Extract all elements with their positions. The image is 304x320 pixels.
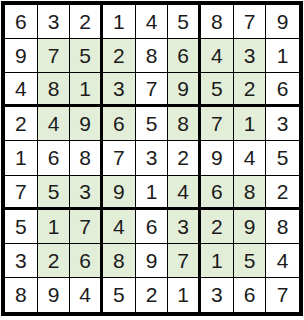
cell-r6c1[interactable]: 7: [5, 176, 38, 210]
cell-r2c2[interactable]: 7: [38, 39, 71, 73]
cell-r6c8[interactable]: 8: [234, 176, 267, 210]
cell-r2c6[interactable]: 6: [168, 39, 201, 73]
cell-r5c2[interactable]: 6: [38, 141, 71, 175]
cell-r3c9[interactable]: 6: [266, 73, 299, 107]
cell-r4c7[interactable]: 7: [201, 107, 234, 141]
cell-r1c1[interactable]: 6: [5, 5, 38, 39]
cell-r7c5[interactable]: 6: [136, 210, 169, 244]
cell-r3c1[interactable]: 4: [5, 73, 38, 107]
cell-r3c3[interactable]: 1: [70, 73, 103, 107]
cell-r7c2[interactable]: 1: [38, 210, 71, 244]
cell-r4c1[interactable]: 2: [5, 107, 38, 141]
cell-r1c4[interactable]: 1: [103, 5, 136, 39]
cell-r7c8[interactable]: 9: [234, 210, 267, 244]
cell-r3c5[interactable]: 7: [136, 73, 169, 107]
cell-r4c5[interactable]: 5: [136, 107, 169, 141]
cell-r8c8[interactable]: 5: [234, 244, 267, 278]
cell-r7c4[interactable]: 4: [103, 210, 136, 244]
cell-r4c8[interactable]: 1: [234, 107, 267, 141]
cell-r9c3[interactable]: 4: [70, 278, 103, 312]
cell-r6c3[interactable]: 3: [70, 176, 103, 210]
cell-r7c9[interactable]: 8: [266, 210, 299, 244]
cell-r4c3[interactable]: 9: [70, 107, 103, 141]
cell-r1c9[interactable]: 9: [266, 5, 299, 39]
cell-r6c6[interactable]: 4: [168, 176, 201, 210]
cell-r4c9[interactable]: 3: [266, 107, 299, 141]
cell-r9c7[interactable]: 3: [201, 278, 234, 312]
cell-r5c8[interactable]: 4: [234, 141, 267, 175]
cell-r8c7[interactable]: 1: [201, 244, 234, 278]
cell-r1c3[interactable]: 2: [70, 5, 103, 39]
cell-r3c8[interactable]: 2: [234, 73, 267, 107]
cell-r7c3[interactable]: 7: [70, 210, 103, 244]
cell-r6c2[interactable]: 5: [38, 176, 71, 210]
cell-r1c8[interactable]: 7: [234, 5, 267, 39]
cell-r8c5[interactable]: 9: [136, 244, 169, 278]
cell-r1c7[interactable]: 8: [201, 5, 234, 39]
cell-r6c7[interactable]: 6: [201, 176, 234, 210]
cell-r7c1[interactable]: 5: [5, 210, 38, 244]
cell-r7c7[interactable]: 2: [201, 210, 234, 244]
cell-r5c1[interactable]: 1: [5, 141, 38, 175]
cell-r2c4[interactable]: 2: [103, 39, 136, 73]
cell-r9c9[interactable]: 7: [266, 278, 299, 312]
cell-r5c4[interactable]: 7: [103, 141, 136, 175]
cell-r9c6[interactable]: 1: [168, 278, 201, 312]
cell-r6c5[interactable]: 1: [136, 176, 169, 210]
cell-r1c5[interactable]: 4: [136, 5, 169, 39]
cell-r5c3[interactable]: 8: [70, 141, 103, 175]
cell-r3c4[interactable]: 3: [103, 73, 136, 107]
cell-r5c9[interactable]: 5: [266, 141, 299, 175]
cell-r8c3[interactable]: 6: [70, 244, 103, 278]
cell-r9c2[interactable]: 9: [38, 278, 71, 312]
sudoku-board: 6321458799752864314813795262496587131687…: [1, 1, 303, 316]
cell-r1c2[interactable]: 3: [38, 5, 71, 39]
cell-r3c7[interactable]: 5: [201, 73, 234, 107]
cell-r2c3[interactable]: 5: [70, 39, 103, 73]
cell-r8c6[interactable]: 7: [168, 244, 201, 278]
cell-r4c6[interactable]: 8: [168, 107, 201, 141]
cell-r3c2[interactable]: 8: [38, 73, 71, 107]
cell-r6c9[interactable]: 2: [266, 176, 299, 210]
cell-r5c7[interactable]: 9: [201, 141, 234, 175]
cell-r4c4[interactable]: 6: [103, 107, 136, 141]
cell-r4c2[interactable]: 4: [38, 107, 71, 141]
cell-r5c5[interactable]: 3: [136, 141, 169, 175]
cell-r2c1[interactable]: 9: [5, 39, 38, 73]
cell-r2c8[interactable]: 3: [234, 39, 267, 73]
cell-r8c2[interactable]: 2: [38, 244, 71, 278]
cell-r2c9[interactable]: 1: [266, 39, 299, 73]
cell-r9c4[interactable]: 5: [103, 278, 136, 312]
cell-r5c6[interactable]: 2: [168, 141, 201, 175]
cell-r8c1[interactable]: 3: [5, 244, 38, 278]
cell-r6c4[interactable]: 9: [103, 176, 136, 210]
cell-r9c1[interactable]: 8: [5, 278, 38, 312]
cell-r8c4[interactable]: 8: [103, 244, 136, 278]
cell-r7c6[interactable]: 3: [168, 210, 201, 244]
cell-r2c5[interactable]: 8: [136, 39, 169, 73]
cell-r8c9[interactable]: 4: [266, 244, 299, 278]
cell-r3c6[interactable]: 9: [168, 73, 201, 107]
cell-r9c8[interactable]: 6: [234, 278, 267, 312]
cell-r2c7[interactable]: 4: [201, 39, 234, 73]
cell-r9c5[interactable]: 2: [136, 278, 169, 312]
cell-r1c6[interactable]: 5: [168, 5, 201, 39]
